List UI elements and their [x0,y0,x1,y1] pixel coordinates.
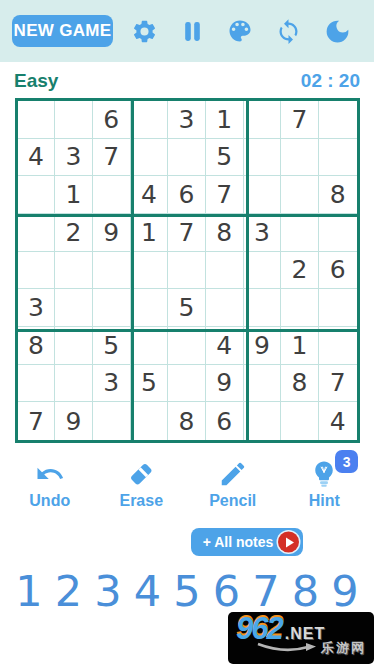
undo-label: Undo [29,492,70,510]
cell-r8c5[interactable] [168,365,206,403]
cell-r7c7[interactable]: 9 [244,327,282,365]
cell-r5c1[interactable] [18,252,56,290]
toolbar: Undo Erase Pencil 3 Hint [0,459,374,510]
difficulty-label: Easy [14,70,58,92]
erase-button[interactable]: Erase [104,459,178,510]
eraser-icon [126,459,156,489]
cell-r3c6[interactable]: 7 [206,176,244,214]
cell-r8c4[interactable]: 5 [131,365,169,403]
cell-r8c8[interactable]: 8 [281,365,319,403]
numpad-key-3[interactable]: 3 [89,570,127,613]
cell-r5c5[interactable] [168,252,206,290]
cell-r5c3[interactable] [93,252,131,290]
cell-r7c1[interactable]: 8 [18,327,56,365]
cell-r1c3[interactable]: 6 [93,101,131,139]
cell-r3c3[interactable] [93,176,131,214]
numpad-key-9[interactable]: 9 [326,570,364,613]
cell-r2c5[interactable] [168,139,206,177]
cell-r5c6[interactable] [206,252,244,290]
swoosh-icon [256,639,318,657]
cell-r6c1[interactable]: 3 [18,289,56,327]
cell-r2c1[interactable]: 4 [18,139,56,177]
cell-r1c9[interactable] [319,101,357,139]
palette-icon[interactable] [226,17,254,45]
cell-r3c9[interactable]: 8 [319,176,357,214]
cell-r8c2[interactable] [55,365,93,403]
cell-r4c3[interactable]: 9 [93,214,131,252]
cell-r9c8[interactable] [281,402,319,440]
cell-r9c3[interactable] [93,402,131,440]
numpad-key-1[interactable]: 1 [10,570,48,613]
cell-r1c2[interactable] [55,101,93,139]
cell-r2c7[interactable] [244,139,282,177]
cell-r4c8[interactable] [281,214,319,252]
cell-r3c7[interactable] [244,176,282,214]
cell-r5c7[interactable] [244,252,282,290]
watermark-chinese: 乐游网 [321,639,366,657]
cell-r4c6[interactable]: 8 [206,214,244,252]
cell-r6c3[interactable] [93,289,131,327]
cell-r5c4[interactable] [131,252,169,290]
cell-r6c7[interactable] [244,289,282,327]
pencil-icon [218,459,248,489]
cell-r2c4[interactable] [131,139,169,177]
cell-r2c3[interactable]: 7 [93,139,131,177]
cell-r9c2[interactable]: 9 [55,402,93,440]
cell-r6c6[interactable] [206,289,244,327]
sudoku-board[interactable]: 63174375146782917832635854913598779864 [15,98,360,443]
cell-r4c2[interactable]: 2 [55,214,93,252]
cell-r5c8[interactable]: 2 [281,252,319,290]
erase-label: Erase [119,492,163,510]
cell-r9c7[interactable] [244,402,282,440]
cell-r1c8[interactable]: 7 [281,101,319,139]
cell-r8c7[interactable] [244,365,282,403]
numpad-key-5[interactable]: 5 [168,570,206,613]
cell-r6c4[interactable] [131,289,169,327]
topbar-icons [113,17,362,46]
cell-r5c2[interactable] [55,252,93,290]
cell-r6c9[interactable] [319,289,357,327]
cell-r1c7[interactable] [244,101,282,139]
numpad-key-4[interactable]: 4 [129,570,167,613]
cell-r3c4[interactable]: 4 [131,176,169,214]
watermark-logo: 962 .NET 乐游网 [228,612,374,664]
status-row: Easy 02 : 20 [0,62,374,96]
cell-r9c4[interactable] [131,402,169,440]
cell-r6c5[interactable]: 5 [168,289,206,327]
cell-r9c1[interactable]: 7 [18,402,56,440]
cell-r3c2[interactable]: 1 [55,176,93,214]
top-bar: NEW GAME [0,0,374,62]
numpad-key-6[interactable]: 6 [208,570,246,613]
all-notes-row: + All notes [0,528,374,556]
play-arrow-icon [278,532,299,553]
cell-r8c6[interactable]: 9 [206,365,244,403]
cell-r7c9[interactable] [319,327,357,365]
cell-r5c9[interactable]: 6 [319,252,357,290]
cell-r4c1[interactable] [18,214,56,252]
cell-r8c1[interactable] [18,365,56,403]
cell-r4c5[interactable]: 7 [168,214,206,252]
moon-icon[interactable] [323,17,352,46]
cell-r2c6[interactable]: 5 [206,139,244,177]
cell-r7c6[interactable]: 4 [206,327,244,365]
cell-r9c6[interactable]: 6 [206,402,244,440]
cell-r9c5[interactable]: 8 [168,402,206,440]
cell-r6c2[interactable] [55,289,93,327]
timer: 02 : 20 [301,70,360,92]
cell-r7c4[interactable] [131,327,169,365]
pause-icon[interactable] [179,18,206,45]
all-notes-button[interactable]: + All notes [191,528,304,556]
cell-r4c7[interactable]: 3 [244,214,282,252]
cell-r2c8[interactable] [281,139,319,177]
cell-r4c4[interactable]: 1 [131,214,169,252]
cell-r2c2[interactable]: 3 [55,139,93,177]
pencil-label: Pencil [209,492,256,510]
cell-r7c5[interactable] [168,327,206,365]
cell-r3c5[interactable]: 6 [168,176,206,214]
cell-r2c9[interactable] [319,139,357,177]
pencil-button[interactable]: Pencil [196,459,270,510]
undo-button[interactable]: Undo [13,459,87,510]
refresh-icon[interactable] [275,18,302,45]
cell-r3c8[interactable] [281,176,319,214]
cell-r6c8[interactable] [281,289,319,327]
cell-r1c5[interactable]: 3 [168,101,206,139]
cell-r1c4[interactable] [131,101,169,139]
cell-r1c6[interactable]: 1 [206,101,244,139]
cell-r9c9[interactable]: 4 [319,402,357,440]
cell-r4c9[interactable] [319,214,357,252]
cell-r7c8[interactable]: 1 [281,327,319,365]
new-game-button[interactable]: NEW GAME [12,15,113,47]
cell-r1c1[interactable] [18,101,56,139]
numpad-key-8[interactable]: 8 [287,570,325,613]
numpad-key-7[interactable]: 7 [247,570,285,613]
cell-r3c1[interactable] [18,176,56,214]
gear-icon[interactable] [131,18,158,45]
hint-count-badge: 3 [335,450,358,473]
hint-label: Hint [309,492,340,510]
hint-button[interactable]: 3 Hint [287,459,361,510]
undo-icon [35,459,65,489]
number-pad: 123456789 [0,570,374,613]
cell-r8c9[interactable]: 7 [319,365,357,403]
all-notes-label: + All notes [203,534,274,550]
cell-r8c3[interactable]: 3 [93,365,131,403]
numpad-key-2[interactable]: 2 [50,570,88,613]
cell-r7c3[interactable]: 5 [93,327,131,365]
cell-r7c2[interactable] [55,327,93,365]
